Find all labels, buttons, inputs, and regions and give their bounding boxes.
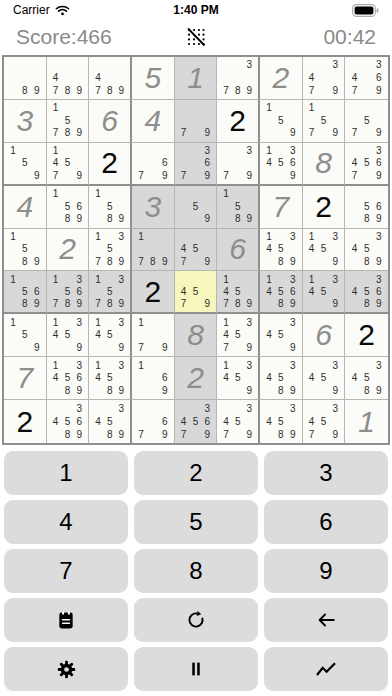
cell-r3c7[interactable]: 134569 — [260, 143, 303, 186]
cell-r6c5[interactable]: 4579 — [175, 271, 218, 314]
pencil-marks: 34589 — [348, 359, 385, 397]
given-digit: 2 — [272, 63, 289, 93]
user-digit: 2 — [315, 192, 332, 222]
pencil-marks: 1345689 — [263, 273, 299, 310]
cell-r5c3[interactable]: 135789 — [89, 229, 132, 272]
pencil-marks: 34589 — [263, 359, 299, 397]
pencil-marks: 34579 — [220, 402, 255, 441]
cell-r6c1[interactable]: 15689 — [4, 271, 47, 314]
pencil-marks: 34589 — [348, 231, 385, 269]
pencil-marks: 579 — [348, 102, 385, 140]
cell-r9c4[interactable]: 679 — [132, 400, 175, 443]
cell-r4c8[interactable]: 2 — [303, 186, 346, 229]
given-digit: 1 — [187, 63, 204, 93]
cell-r7c3[interactable]: 13459 — [89, 314, 132, 357]
cell-r1c8[interactable]: 3479 — [303, 57, 346, 100]
settings-gear-button[interactable] — [4, 647, 128, 691]
cell-r4c6[interactable]: 1589 — [217, 186, 260, 229]
keypad: 123456789 — [0, 445, 392, 691]
given-digit: 7 — [16, 363, 33, 393]
pencil-marks: 59 — [178, 188, 214, 226]
cell-r9c7[interactable]: 34589 — [260, 400, 303, 443]
user-digit: 2 — [358, 320, 375, 350]
cell-r3c5[interactable]: 3679 — [175, 143, 218, 186]
pencil-marks: 169 — [135, 359, 171, 397]
stats-line-button[interactable] — [264, 647, 388, 691]
keypad-button-4[interactable]: 4 — [4, 500, 128, 544]
cell-r6c6[interactable]: 145789 — [217, 271, 260, 314]
pencil-marks: 1356789 — [50, 273, 86, 310]
pencil-marks: 1345689 — [50, 359, 86, 397]
redo-button[interactable] — [134, 598, 258, 642]
cell-r2c6[interactable]: 2 — [217, 100, 260, 143]
cell-r8c1[interactable]: 7 — [4, 357, 47, 400]
given-digit: 2 — [187, 363, 204, 393]
pencil-marks: 1589 — [92, 188, 127, 226]
pencil-marks: 13459 — [220, 359, 255, 397]
cell-r2c1[interactable]: 3 — [4, 100, 47, 143]
user-digit: 2 — [144, 277, 161, 307]
cell-r9c2[interactable]: 345689 — [47, 400, 90, 443]
pencil-marks: 13459 — [50, 316, 86, 354]
user-digit: 2 — [101, 148, 118, 178]
pencil-marks: 3479 — [306, 59, 342, 97]
keypad-button-9[interactable]: 9 — [264, 549, 388, 593]
cell-r8c5[interactable]: 2 — [175, 357, 218, 400]
pencil-marks: 1789 — [135, 231, 171, 269]
pencil-marks: 159 — [7, 316, 43, 354]
given-digit: 4 — [144, 106, 161, 136]
pencil-marks: 345689 — [348, 273, 385, 310]
cell-r4c3[interactable]: 1589 — [89, 186, 132, 229]
pause-button[interactable] — [134, 647, 258, 691]
pencil-marks: 134579 — [220, 316, 255, 354]
given-digit: 6 — [101, 106, 118, 136]
cell-r7c7[interactable]: 3459 — [260, 314, 303, 357]
pencil-marks: 4789 — [92, 59, 127, 97]
cell-r5c1[interactable]: 1589 — [4, 229, 47, 272]
pencil-marks: 3459 — [263, 316, 299, 354]
pencil-marks: 134569 — [263, 145, 299, 182]
pencil-marks: 14579 — [50, 145, 86, 182]
cell-r7c1[interactable]: 159 — [4, 314, 47, 357]
pencil-marks: 13459 — [306, 231, 342, 269]
cell-r3c4[interactable]: 679 — [132, 143, 175, 186]
cell-r1c2[interactable]: 4789 — [47, 57, 90, 100]
cell-r2c3[interactable]: 6 — [89, 100, 132, 143]
cell-r1c3[interactable]: 4789 — [89, 57, 132, 100]
user-digit: 2 — [16, 407, 33, 437]
pencil-marks: 345679 — [348, 145, 385, 182]
pencil-marks: 135789 — [92, 273, 127, 310]
cell-r3c2[interactable]: 14579 — [47, 143, 90, 186]
battery-icon — [352, 4, 379, 17]
given-digit: 6 — [229, 234, 246, 264]
keypad-button-2[interactable]: 2 — [134, 451, 258, 495]
cell-r2c7[interactable]: 159 — [260, 100, 303, 143]
cell-r5c8[interactable]: 13459 — [303, 229, 346, 272]
pencil-marks: 1589 — [220, 188, 255, 226]
pencil-marks: 34589 — [263, 402, 299, 441]
pencil-marks: 3459 — [306, 359, 342, 397]
cell-r9c3[interactable]: 34589 — [89, 400, 132, 443]
pencil-marks: 15789 — [50, 102, 86, 140]
pencil-marks: 4579 — [178, 273, 214, 310]
pencil-marks: 345689 — [50, 402, 86, 441]
given-digit: 4 — [16, 192, 33, 222]
keypad-button-3[interactable]: 3 — [264, 451, 388, 495]
cell-r6c7[interactable]: 1345689 — [260, 271, 303, 314]
pencil-marks: 5689 — [348, 188, 385, 226]
cell-r1c9[interactable]: 34679 — [345, 57, 388, 100]
cell-r8c7[interactable]: 34589 — [260, 357, 303, 400]
pencil-marks: 34679 — [348, 59, 385, 97]
pencil-marks: 379 — [220, 145, 255, 182]
pencil-marks: 135789 — [92, 231, 127, 269]
cell-r3c6[interactable]: 379 — [217, 143, 260, 186]
cell-r4c1[interactable]: 4 — [4, 186, 47, 229]
cell-r8c3[interactable]: 134589 — [89, 357, 132, 400]
cell-r6c8[interactable]: 13459 — [303, 271, 346, 314]
cell-r7c9[interactable]: 2 — [345, 314, 388, 357]
keypad-button-1[interactable]: 1 — [4, 451, 128, 495]
pencil-marks: 3679 — [178, 145, 214, 182]
pencil-marks: 15689 — [7, 273, 43, 310]
pencil-marks: 4579 — [178, 231, 214, 269]
pencil-marks: 3789 — [220, 59, 255, 97]
cell-r8c4[interactable]: 169 — [132, 357, 175, 400]
pencil-marks: 159 — [7, 145, 43, 182]
given-digit: 6 — [315, 320, 332, 350]
cell-r6c9[interactable]: 345689 — [345, 271, 388, 314]
clock-label: 1:40 PM — [173, 3, 218, 17]
cell-r4c2[interactable]: 15689 — [47, 186, 90, 229]
pencil-marks: 34579 — [306, 402, 342, 441]
cell-r9c9[interactable]: 1 — [345, 400, 388, 443]
cell-r9c1[interactable]: 2 — [4, 400, 47, 443]
given-digit: 7 — [272, 192, 289, 222]
cell-r4c7[interactable]: 7 — [260, 186, 303, 229]
pencil-marks: 679 — [135, 402, 171, 441]
given-digit: 8 — [187, 320, 204, 350]
cell-r1c1[interactable]: 89 — [4, 57, 47, 100]
cell-r3c3[interactable]: 2 — [89, 143, 132, 186]
pencil-marks: 159 — [263, 102, 299, 140]
cell-r2c8[interactable]: 1579 — [303, 100, 346, 143]
pencil-marks: 79 — [178, 102, 214, 140]
status-bar: Carrier 1:40 PM — [0, 0, 392, 20]
cell-r1c6[interactable]: 3789 — [217, 57, 260, 100]
cell-r2c4[interactable]: 4 — [132, 100, 175, 143]
pencil-marks: 134589 — [263, 231, 299, 269]
cell-r5c2[interactable]: 2 — [47, 229, 90, 272]
cell-r2c9[interactable]: 579 — [345, 100, 388, 143]
cell-r1c5[interactable]: 1 — [175, 57, 218, 100]
cell-r7c6[interactable]: 134579 — [217, 314, 260, 357]
given-digit: 5 — [144, 63, 161, 93]
cell-r7c4[interactable]: 179 — [132, 314, 175, 357]
cell-r5c5[interactable]: 4579 — [175, 229, 218, 272]
cell-r8c2[interactable]: 1345689 — [47, 357, 90, 400]
cell-r8c8[interactable]: 3459 — [303, 357, 346, 400]
pencil-marks-off-icon[interactable] — [183, 24, 209, 50]
cell-r2c2[interactable]: 15789 — [47, 100, 90, 143]
cell-r8c9[interactable]: 34589 — [345, 357, 388, 400]
cell-r5c6[interactable]: 6 — [217, 229, 260, 272]
given-digit: 2 — [59, 234, 76, 264]
cell-r2c5[interactable]: 79 — [175, 100, 218, 143]
cell-r5c9[interactable]: 34589 — [345, 229, 388, 272]
back-arrow-button[interactable] — [264, 598, 388, 642]
pencil-marks: 1579 — [306, 102, 342, 140]
cell-r9c6[interactable]: 34579 — [217, 400, 260, 443]
keypad-button-7[interactable]: 7 — [4, 549, 128, 593]
cell-r9c5[interactable]: 345679 — [175, 400, 218, 443]
pencil-marks: 134589 — [92, 359, 127, 397]
stats-line-icon — [314, 660, 338, 678]
redo-icon — [185, 609, 207, 631]
score-timer-bar: Score:466 00:42 — [0, 20, 392, 54]
pencil-marks: 679 — [135, 145, 171, 182]
notes-icon — [56, 610, 76, 631]
cell-r8c6[interactable]: 13459 — [217, 357, 260, 400]
cell-r4c5[interactable]: 59 — [175, 186, 218, 229]
pencil-marks: 34589 — [92, 402, 127, 441]
cell-r1c7[interactable]: 2 — [260, 57, 303, 100]
cell-r4c9[interactable]: 5689 — [345, 186, 388, 229]
keypad-button-8[interactable]: 8 — [134, 549, 258, 593]
cell-r5c4[interactable]: 1789 — [132, 229, 175, 272]
cell-r4c4[interactable]: 3 — [132, 186, 175, 229]
score-label: Score:466 — [16, 25, 183, 49]
pencil-marks: 145789 — [220, 273, 255, 310]
cell-r1c4[interactable]: 5 — [132, 57, 175, 100]
user-digit: 2 — [229, 106, 246, 136]
cell-r3c9[interactable]: 345679 — [345, 143, 388, 186]
cell-r5c7[interactable]: 134589 — [260, 229, 303, 272]
cell-r3c1[interactable]: 159 — [4, 143, 47, 186]
wifi-icon — [55, 5, 70, 16]
timer-label: 00:42 — [209, 25, 376, 49]
pause-icon — [187, 659, 205, 679]
pencil-marks: 1589 — [7, 231, 43, 269]
given-digit: 3 — [16, 106, 33, 136]
cell-r6c3[interactable]: 135789 — [89, 271, 132, 314]
cell-r9c8[interactable]: 34579 — [303, 400, 346, 443]
keypad-button-6[interactable]: 6 — [264, 500, 388, 544]
pencil-marks: 15689 — [50, 188, 86, 226]
cell-r7c5[interactable]: 8 — [175, 314, 218, 357]
sudoku-board: 8947894789513789234793467931578964792159… — [2, 55, 390, 445]
given-digit: 8 — [315, 148, 332, 178]
pencil-marks: 179 — [135, 316, 171, 354]
cell-r6c2[interactable]: 1356789 — [47, 271, 90, 314]
pencil-marks: 4789 — [50, 59, 86, 97]
given-digit: 1 — [358, 407, 375, 437]
pencil-marks: 13459 — [306, 273, 342, 310]
cell-r6c4[interactable]: 2 — [132, 271, 175, 314]
keypad-button-5[interactable]: 5 — [134, 500, 258, 544]
pencil-marks: 345679 — [178, 402, 214, 441]
carrier-label: Carrier — [13, 3, 50, 17]
back-arrow-icon — [315, 609, 337, 631]
pencil-marks: 89 — [7, 59, 43, 97]
pencil-marks: 13459 — [92, 316, 127, 354]
settings-gear-icon — [56, 659, 77, 680]
cell-r3c8[interactable]: 8 — [303, 143, 346, 186]
notes-button[interactable] — [4, 598, 128, 642]
cell-r7c2[interactable]: 13459 — [47, 314, 90, 357]
cell-r7c8[interactable]: 6 — [303, 314, 346, 357]
given-digit: 3 — [144, 192, 161, 222]
